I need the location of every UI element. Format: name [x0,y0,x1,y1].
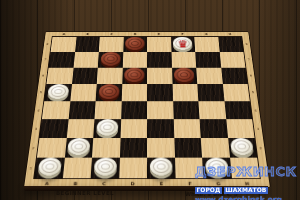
square-f6[interactable] [172,68,198,84]
square-g2[interactable] [201,138,230,158]
square-c8[interactable] [99,37,124,52]
square-d2[interactable] [119,138,147,158]
square-e4[interactable] [147,101,173,119]
square-d1[interactable] [119,158,147,179]
rank-label-right-3: 3 [253,119,263,138]
square-h7[interactable] [219,52,245,68]
square-c1[interactable] [91,158,120,179]
rank-label-right-6: 6 [246,67,255,84]
square-g7[interactable] [195,52,221,68]
black-man-c7[interactable] [100,52,120,66]
square-c2[interactable] [92,138,120,158]
file-label-top-e: E [147,33,171,36]
square-h2[interactable] [228,138,257,158]
square-g5[interactable] [197,84,224,101]
black-man-f6[interactable] [174,68,195,82]
rank-label-right-7: 7 [244,51,253,67]
file-label-top-a: A [52,33,76,36]
square-b4[interactable] [68,101,95,119]
square-e5[interactable] [147,84,173,101]
white-man-a1[interactable] [37,158,61,176]
watermark-subtitle-word: ШАХМАТОВ [224,187,268,194]
black-man-d8[interactable] [125,37,144,50]
square-f3[interactable] [173,119,200,138]
king-crown-icon: ♛ [173,36,193,51]
watermark-url: www.dzerghinsk.org [195,196,295,200]
square-b8[interactable] [75,37,100,52]
watermark: ДЗЕРЖИНСК ГОРОДШАХМАТОВ www.dzerghinsk.o… [195,165,295,200]
square-b2[interactable] [64,138,93,158]
square-e7[interactable] [147,52,172,68]
difficulty-level-label: BEGINNER LEVEL [56,190,114,196]
rank-label-right-5: 5 [248,84,257,101]
square-c6[interactable] [97,68,123,84]
square-f8[interactable]: ♛ [171,37,196,52]
square-e2[interactable] [147,138,175,158]
square-e1[interactable] [147,158,175,179]
square-g8[interactable] [194,37,219,52]
square-a2[interactable] [37,138,66,158]
black-man-c5[interactable] [98,84,119,99]
board: ♛ [33,36,261,179]
black-man-d6[interactable] [124,68,144,82]
white-man-a5[interactable] [47,84,69,99]
file-label-a: A [32,180,61,185]
square-d4[interactable] [121,101,147,119]
file-label-b: B [61,180,90,185]
file-label-top-h: H [218,33,242,36]
square-h3[interactable] [226,119,255,138]
file-label-top-b: B [76,33,100,36]
square-d3[interactable] [120,119,147,138]
square-g3[interactable] [200,119,228,138]
square-e6[interactable] [147,68,172,84]
square-a5[interactable] [44,84,71,101]
square-b5[interactable] [70,84,97,101]
square-h4[interactable] [224,101,252,119]
square-g4[interactable] [198,101,225,119]
white-man-h2[interactable] [230,138,254,155]
square-h6[interactable] [221,68,248,84]
rank-label-right-2: 2 [256,138,266,158]
file-label-top-d: D [123,33,147,36]
file-label-d: D [118,180,147,185]
square-b7[interactable] [73,52,99,68]
square-d8[interactable] [123,37,147,52]
square-d7[interactable] [122,52,147,68]
watermark-subtitle-word: ГОРОД [195,187,222,194]
square-c7[interactable] [98,52,123,68]
square-f4[interactable] [173,101,200,119]
square-a4[interactable] [42,101,70,119]
square-g6[interactable] [196,68,222,84]
file-label-e: E [147,180,176,185]
square-h5[interactable] [222,84,249,101]
file-label-c: C [90,180,119,185]
checkers-app: ABCDEFGH 87654321 ♛ 87654321 ABCDEFGH BE… [0,0,300,200]
square-a7[interactable] [49,52,75,68]
square-d6[interactable] [122,68,147,84]
square-a8[interactable] [51,37,77,52]
square-b6[interactable] [72,68,98,84]
watermark-city-text: ДЗЕРЖИНСК [195,165,295,178]
square-a1[interactable] [34,158,64,179]
white-king-f8[interactable]: ♛ [173,37,193,50]
square-b1[interactable] [62,158,92,179]
square-f2[interactable] [174,138,202,158]
white-man-c3[interactable] [96,119,118,135]
square-b3[interactable] [66,119,94,138]
square-c5[interactable] [96,84,122,101]
square-a6[interactable] [46,68,73,84]
square-c3[interactable] [93,119,120,138]
square-f5[interactable] [172,84,198,101]
rank-label-right-4: 4 [251,101,261,119]
watermark-subtitle: ГОРОДШАХМАТОВ [195,179,295,195]
white-man-c1[interactable] [94,158,117,176]
square-h8[interactable] [218,37,244,52]
square-c4[interactable] [94,101,121,119]
white-man-e1[interactable] [150,158,173,176]
file-label-top-g: G [194,33,218,36]
file-label-top-c: C [99,33,123,36]
square-d5[interactable] [121,84,147,101]
square-f7[interactable] [171,52,196,68]
square-a3[interactable] [39,119,68,138]
white-man-b2[interactable] [67,138,90,155]
square-e3[interactable] [147,119,174,138]
square-e8[interactable] [147,37,171,52]
rank-label-right-8: 8 [242,36,251,51]
